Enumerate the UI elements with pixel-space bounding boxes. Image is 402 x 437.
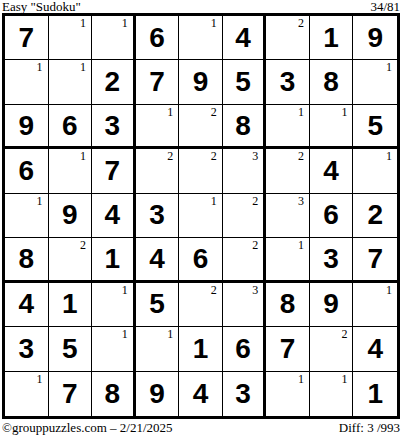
cell-value: 5 (149, 290, 165, 318)
cell-r9c1[interactable]: 1 (5, 372, 49, 416)
cell-r6c1[interactable]: 8 (5, 238, 49, 282)
pencil-mark: 2 (211, 284, 217, 296)
cell-r1c5[interactable]: 1 (179, 16, 223, 60)
cell-value: 8 (105, 380, 121, 408)
cell-r4c2[interactable]: 1 (49, 149, 93, 193)
cell-r2c6[interactable]: 5 (223, 60, 267, 104)
cell-r1c6[interactable]: 4 (223, 16, 267, 60)
cell-r8c6[interactable]: 6 (223, 327, 267, 371)
cell-r4c5[interactable]: 2 (179, 149, 223, 193)
sudoku-board: 7116142191127953819631281156172232411943… (2, 13, 400, 419)
cell-r8c4[interactable]: 1 (136, 327, 180, 371)
cell-r9c8[interactable]: 1 (310, 372, 354, 416)
cell-r1c8[interactable]: 1 (310, 16, 354, 60)
cell-value: 7 (18, 24, 34, 52)
pencil-mark: 1 (37, 373, 43, 385)
cell-r1c2[interactable]: 1 (49, 16, 93, 60)
pencil-mark: 1 (341, 373, 347, 385)
cell-value: 2 (367, 201, 383, 229)
pencil-mark: 1 (386, 284, 392, 296)
cell-r3c2[interactable]: 6 (49, 105, 93, 149)
copyright-text: ©grouppuzzles.com – 2/21/2025 (2, 421, 173, 435)
cell-value: 7 (62, 380, 78, 408)
pencil-mark: 1 (298, 373, 304, 385)
cell-r7c9[interactable]: 1 (353, 283, 397, 327)
cell-r9c5[interactable]: 4 (179, 372, 223, 416)
cell-r7c1[interactable]: 4 (5, 283, 49, 327)
pencil-mark: 3 (252, 284, 258, 296)
cell-r8c1[interactable]: 3 (5, 327, 49, 371)
cell-r6c8[interactable]: 3 (310, 238, 354, 282)
cell-r4c9[interactable]: 1 (353, 149, 397, 193)
cell-value: 7 (105, 157, 121, 185)
cell-r2c1[interactable]: 1 (5, 60, 49, 104)
cell-r9c6[interactable]: 3 (223, 372, 267, 416)
cell-value: 4 (235, 24, 251, 52)
cell-r2c2[interactable]: 1 (49, 60, 93, 104)
cell-r9c9[interactable]: 1 (353, 372, 397, 416)
pencil-mark: 2 (211, 106, 217, 118)
cell-value: 7 (149, 68, 165, 96)
pencil-mark: 1 (386, 150, 392, 162)
pencil-mark: 1 (37, 61, 43, 73)
cells-counter: 34/81 (370, 0, 400, 13)
pencil-mark: 2 (298, 150, 304, 162)
sudoku-page: Easy "Sudoku" 34/81 71161421911279538196… (0, 0, 402, 437)
cell-value: 4 (149, 245, 165, 273)
pencil-mark: 2 (167, 150, 173, 162)
cell-r8c5[interactable]: 1 (179, 327, 223, 371)
cell-r8c7[interactable]: 7 (266, 327, 310, 371)
pencil-mark: 1 (298, 106, 304, 118)
cell-r5c7[interactable]: 3 (266, 194, 310, 238)
cell-value: 9 (193, 68, 209, 96)
pencil-mark: 1 (298, 239, 304, 251)
pencil-mark: 1 (211, 17, 217, 29)
cell-value: 2 (105, 68, 121, 96)
cell-r7c6[interactable]: 3 (223, 283, 267, 327)
cell-r3c4[interactable]: 1 (136, 105, 180, 149)
cell-value: 8 (280, 290, 296, 318)
cell-value: 8 (18, 245, 34, 273)
cell-value: 8 (235, 112, 251, 140)
cell-r9c3[interactable]: 8 (92, 372, 136, 416)
cell-r2c9[interactable]: 1 (353, 60, 397, 104)
cell-value: 3 (105, 112, 121, 140)
pencil-mark: 2 (341, 328, 347, 340)
cell-value: 1 (367, 380, 383, 408)
cell-value: 9 (367, 24, 383, 52)
cell-r9c4[interactable]: 9 (136, 372, 180, 416)
cell-r1c9[interactable]: 9 (353, 16, 397, 60)
page-title: Easy "Sudoku" (2, 0, 81, 13)
cell-value: 4 (367, 335, 383, 363)
cell-r2c3[interactable]: 2 (92, 60, 136, 104)
cell-r3c7[interactable]: 1 (266, 105, 310, 149)
cell-value: 5 (62, 335, 78, 363)
pencil-mark: 1 (37, 195, 43, 207)
cell-r5c1[interactable]: 1 (5, 194, 49, 238)
cell-r2c8[interactable]: 8 (310, 60, 354, 104)
cell-r5c8[interactable]: 6 (310, 194, 354, 238)
pencil-mark: 1 (167, 328, 173, 340)
cell-value: 6 (149, 24, 165, 52)
cell-value: 1 (323, 24, 339, 52)
cell-r5c5[interactable]: 1 (179, 194, 223, 238)
cell-r3c1[interactable]: 9 (5, 105, 49, 149)
cell-value: 3 (149, 201, 165, 229)
cell-r6c2[interactable]: 2 (49, 238, 93, 282)
pencil-mark: 1 (80, 150, 86, 162)
cell-value: 1 (105, 245, 121, 273)
cell-value: 7 (367, 245, 383, 273)
cell-r3c5[interactable]: 2 (179, 105, 223, 149)
pencil-mark: 2 (252, 195, 258, 207)
cell-r2c7[interactable]: 3 (266, 60, 310, 104)
cell-r6c3[interactable]: 1 (92, 238, 136, 282)
cell-r7c5[interactable]: 2 (179, 283, 223, 327)
cell-r6c9[interactable]: 7 (353, 238, 397, 282)
cell-r4c8[interactable]: 4 (310, 149, 354, 193)
cell-r4c4[interactable]: 2 (136, 149, 180, 193)
pencil-mark: 2 (252, 239, 258, 251)
cell-value: 4 (18, 290, 34, 318)
cell-r4c7[interactable]: 2 (266, 149, 310, 193)
cell-r8c8[interactable]: 2 (310, 327, 354, 371)
cell-value: 3 (280, 68, 296, 96)
cell-value: 6 (235, 335, 251, 363)
cell-r6c6[interactable]: 2 (223, 238, 267, 282)
pencil-mark: 1 (341, 106, 347, 118)
cell-r3c9[interactable]: 5 (353, 105, 397, 149)
cell-r3c3[interactable]: 3 (92, 105, 136, 149)
pencil-mark: 1 (122, 284, 128, 296)
pencil-mark: 1 (122, 17, 128, 29)
cell-value: 6 (323, 201, 339, 229)
cell-value: 3 (18, 335, 34, 363)
pencil-mark: 2 (80, 239, 86, 251)
cell-r7c4[interactable]: 5 (136, 283, 180, 327)
cell-r1c3[interactable]: 1 (92, 16, 136, 60)
pencil-mark: 1 (80, 61, 86, 73)
cell-r3c6[interactable]: 8 (223, 105, 267, 149)
pencil-mark: 3 (252, 150, 258, 162)
cell-r7c7[interactable]: 8 (266, 283, 310, 327)
cell-value: 4 (323, 157, 339, 185)
cell-r1c1[interactable]: 7 (5, 16, 49, 60)
cell-value: 6 (193, 245, 209, 273)
cell-value: 9 (62, 201, 78, 229)
cell-r5c9[interactable]: 2 (353, 194, 397, 238)
cell-r5c3[interactable]: 4 (92, 194, 136, 238)
cell-r1c4[interactable]: 6 (136, 16, 180, 60)
cell-r8c9[interactable]: 4 (353, 327, 397, 371)
pencil-mark: 1 (80, 17, 86, 29)
cell-r4c6[interactable]: 3 (223, 149, 267, 193)
cell-r7c8[interactable]: 9 (310, 283, 354, 327)
cell-value: 6 (18, 157, 34, 185)
cell-r6c7[interactable]: 1 (266, 238, 310, 282)
cell-r2c5[interactable]: 9 (179, 60, 223, 104)
cell-r7c2[interactable]: 1 (49, 283, 93, 327)
cell-value: 4 (105, 201, 121, 229)
cell-value: 1 (62, 290, 78, 318)
cell-value: 1 (193, 335, 209, 363)
cell-r4c1[interactable]: 6 (5, 149, 49, 193)
pencil-mark: 1 (122, 328, 128, 340)
pencil-mark: 1 (167, 106, 173, 118)
cell-value: 9 (149, 380, 165, 408)
header: Easy "Sudoku" 34/81 (2, 0, 400, 13)
pencil-mark: 1 (211, 195, 217, 207)
pencil-mark: 2 (211, 150, 217, 162)
cell-value: 9 (323, 290, 339, 318)
cell-r4c3[interactable]: 7 (92, 149, 136, 193)
pencil-mark: 3 (298, 195, 304, 207)
cell-r8c3[interactable]: 1 (92, 327, 136, 371)
cell-r3c8[interactable]: 1 (310, 105, 354, 149)
cell-r5c4[interactable]: 3 (136, 194, 180, 238)
cell-r2c4[interactable]: 7 (136, 60, 180, 104)
pencil-mark: 1 (386, 61, 392, 73)
cell-value: 5 (235, 68, 251, 96)
cell-value: 6 (62, 112, 78, 140)
footer: ©grouppuzzles.com – 2/21/2025 Diff: 3 /9… (2, 421, 400, 435)
difficulty-text: Diff: 3 /993 (339, 421, 400, 435)
cell-value: 7 (280, 335, 296, 363)
cell-r8c2[interactable]: 5 (49, 327, 93, 371)
cell-r7c3[interactable]: 1 (92, 283, 136, 327)
cell-value: 8 (323, 68, 339, 96)
cell-value: 9 (18, 112, 34, 140)
pencil-mark: 2 (298, 17, 304, 29)
cell-value: 4 (193, 380, 209, 408)
cell-r5c2[interactable]: 9 (49, 194, 93, 238)
cell-r1c7[interactable]: 2 (266, 16, 310, 60)
cell-r9c2[interactable]: 7 (49, 372, 93, 416)
cell-r6c5[interactable]: 6 (179, 238, 223, 282)
cell-r5c6[interactable]: 2 (223, 194, 267, 238)
cell-value: 3 (323, 245, 339, 273)
cell-value: 5 (367, 112, 383, 140)
cell-value: 3 (235, 380, 251, 408)
cell-r9c7[interactable]: 1 (266, 372, 310, 416)
cell-r6c4[interactable]: 4 (136, 238, 180, 282)
